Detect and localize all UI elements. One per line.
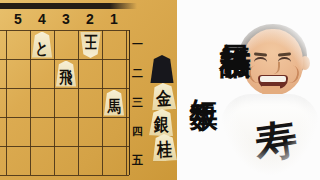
file-label-2: 2	[78, 10, 102, 28]
teeth	[260, 76, 286, 82]
hand-piece-桂[interactable]: 桂	[152, 134, 178, 162]
piece-kanji: 金	[156, 90, 172, 112]
piece-kanji: と	[35, 40, 48, 60]
board-grid-hline	[0, 88, 129, 89]
rank-label-3: 三	[130, 88, 145, 117]
board-grid-hline	[0, 117, 129, 118]
piece-kanji: 銀	[153, 116, 169, 138]
file-label-1: 1	[102, 10, 126, 28]
komadai-piece-stand: 金銀桂	[147, 50, 179, 170]
thumbnail: 54321一二三四五と王飛馬 金銀桂 寿 毎日詰将棋 短手数	[0, 0, 320, 180]
file-label-5: 5	[6, 10, 30, 28]
board-grid-vline	[54, 30, 55, 175]
rank-label-1: 一	[130, 30, 145, 59]
shogi-piece-21[interactable]: 王	[80, 32, 101, 58]
hand-piece-金[interactable]: 金	[150, 82, 176, 110]
piece-kanji: 王	[84, 30, 97, 50]
nose	[269, 62, 280, 74]
rank-label-5: 五	[130, 146, 145, 175]
board-grid-hline	[0, 146, 129, 147]
shogi-piece-41[interactable]: と	[32, 32, 53, 58]
board-grid-vline	[102, 30, 103, 175]
piece-kanji: 桂	[157, 141, 173, 163]
shogi-piece-32[interactable]: 飛	[56, 61, 77, 87]
shogi-piece-13[interactable]: 馬	[104, 90, 125, 116]
board-grid-hline	[0, 59, 129, 60]
board-grid-hline	[0, 30, 129, 31]
shirt-calligraphy-kanji: 寿	[252, 117, 299, 164]
file-label-3: 3	[54, 10, 78, 28]
title-short-move-count: 短手数	[184, 76, 222, 176]
board-grid-vline	[78, 30, 79, 175]
piece-kanji: 馬	[108, 98, 121, 118]
black-piece-silhouette-icon	[150, 55, 174, 83]
board-right-edge	[129, 30, 130, 175]
hand-piece-銀[interactable]: 銀	[149, 109, 175, 137]
board-grid-vline	[6, 30, 7, 175]
piece-kanji: 飛	[60, 69, 73, 89]
board-grid-hline	[0, 175, 129, 176]
rank-label-4: 四	[130, 117, 145, 146]
rank-label-2: 二	[130, 59, 145, 88]
board-grid-vline	[30, 30, 31, 175]
board-grid-vline	[126, 30, 127, 175]
file-label-4: 4	[30, 10, 54, 28]
